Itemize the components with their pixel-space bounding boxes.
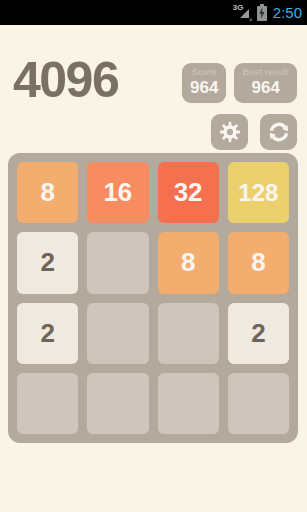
signal-triangle-icon: [240, 9, 249, 18]
control-buttons: [211, 114, 297, 150]
empty-cell-r3c2: [87, 303, 148, 364]
empty-cell-r2c2: [87, 232, 148, 293]
restart-button[interactable]: [260, 114, 297, 150]
tile-2-r2c1: 2: [17, 232, 78, 293]
empty-cell-r4c1: [17, 373, 78, 434]
settings-button[interactable]: [211, 114, 248, 150]
battery-charging-icon: [257, 6, 267, 21]
empty-cell-r3c3: [158, 303, 219, 364]
network-3g-icon: 3G ×: [233, 4, 251, 21]
tile-2-r3c1: 2: [17, 303, 78, 364]
game-title: 4096: [13, 55, 118, 105]
best-result-label: Best result: [242, 68, 289, 78]
no-data-x-icon: ×: [249, 16, 253, 23]
best-result-panel: Best result 964: [234, 63, 297, 103]
tile-32-r1c3: 32: [158, 162, 219, 223]
tile-8-r2c4: 8: [228, 232, 289, 293]
gear-icon: [217, 119, 243, 145]
empty-cell-r4c2: [87, 373, 148, 434]
status-bar: 3G × 2:50: [0, 0, 307, 25]
score-value: 964: [190, 78, 218, 98]
tile-16-r1c2: 16: [87, 162, 148, 223]
score-panels: Score 964 Best result 964: [182, 63, 297, 103]
tile-2-r3c4: 2: [228, 303, 289, 364]
tile-128-r1c4: 128: [228, 162, 289, 223]
tile-8-r1c1: 8: [17, 162, 78, 223]
lightning-bolt-icon: [258, 7, 266, 20]
score-label: Score: [192, 68, 217, 78]
game-board[interactable]: 8163212828822: [8, 153, 298, 443]
game-header: 4096 Score 964 Best result 964: [0, 25, 307, 153]
empty-cell-r4c4: [228, 373, 289, 434]
refresh-icon: [266, 119, 292, 145]
score-panel: Score 964: [182, 63, 226, 103]
status-clock: 2:50: [273, 5, 302, 20]
empty-cell-r4c3: [158, 373, 219, 434]
tile-8-r2c3: 8: [158, 232, 219, 293]
best-result-value: 964: [252, 78, 280, 98]
